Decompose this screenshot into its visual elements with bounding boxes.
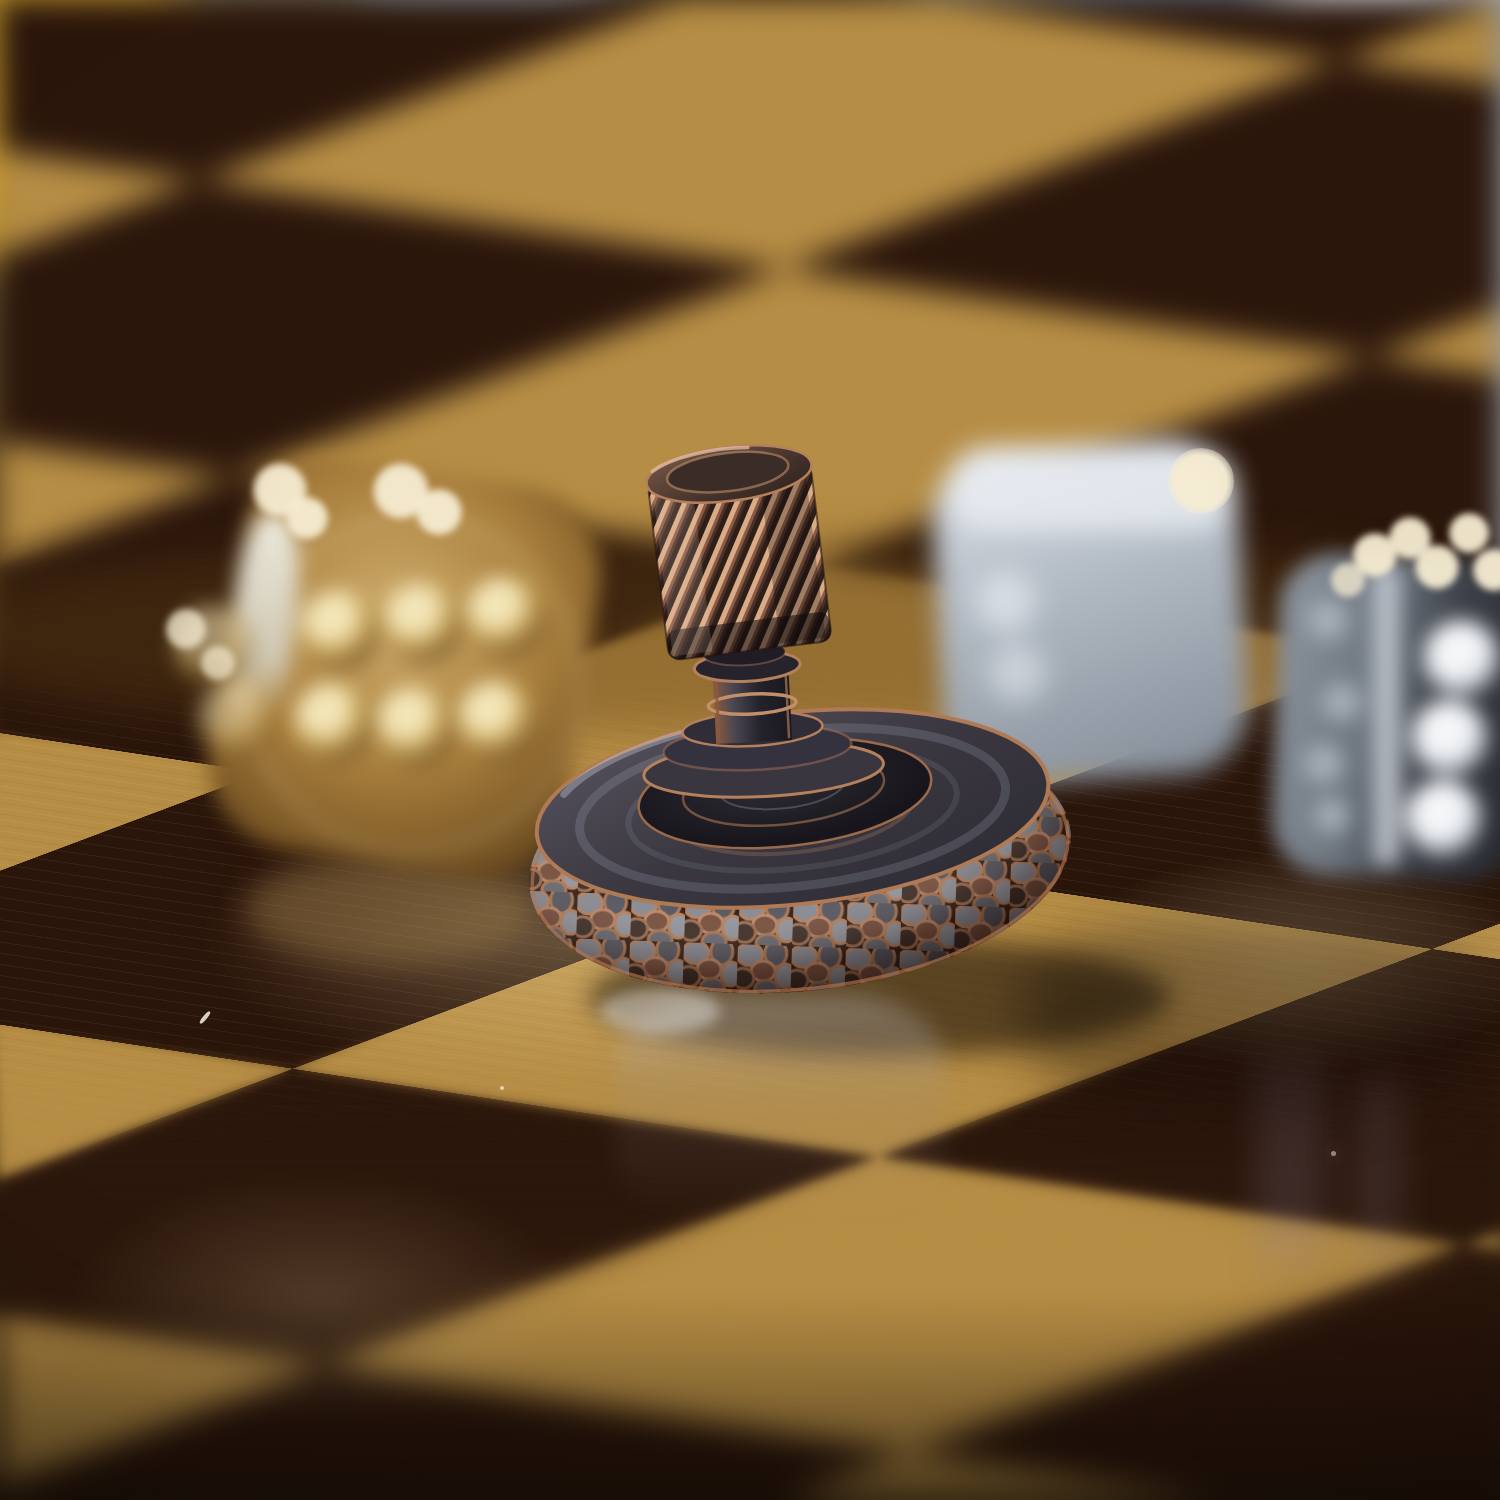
photo-scene bbox=[0, 0, 1500, 1500]
vignette bbox=[0, 0, 1500, 1500]
